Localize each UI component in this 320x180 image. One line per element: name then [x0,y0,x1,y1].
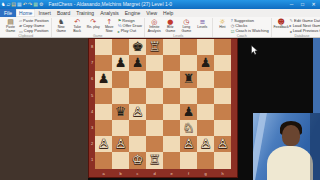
square-h3[interactable] [214,120,231,136]
square-a2[interactable]: ♙ [95,136,112,152]
tab-analysis[interactable]: Analysis [97,9,122,17]
tab-view[interactable]: View [143,9,160,17]
engine-icon[interactable]: ⚙ [39,0,43,9]
square-b1[interactable] [112,152,129,168]
main-area: 87654321 ♚♖♟♟♟♟♜♛♙♟♘♙♙♙♙♙♔♖ abcdefgh [0,38,320,180]
file-label-e: e [163,171,180,177]
blitz-game-button[interactable]: ●Blitz Game [163,18,178,34]
piece-bP-c7[interactable]: ♟ [129,55,146,71]
title-bar: ♞▱▤▦↶↷▦⚙ FastChess - Aldasando,Melchins … [0,0,320,9]
replay-move-label: Re- play [87,26,100,30]
left-panel [0,38,88,180]
take-back-label: Take Back [70,26,85,34]
square-h2[interactable]: ♙ [214,136,231,152]
square-f7[interactable] [180,55,197,71]
tab-file[interactable]: File [0,9,16,17]
window-controls: ─ □ ✕ [286,0,319,9]
ribbon-group-clipboard: ▤Paste Game▱Paste Position▰Copy Game▭Cop… [1,18,52,37]
square-g3[interactable] [197,120,214,136]
tab-home[interactable]: Home [16,9,35,17]
new-game-label: New Game [54,26,69,34]
piece-wN-f3[interactable]: ♘ [180,120,197,136]
open-icon[interactable]: ▤ [11,0,16,9]
tab-board[interactable]: Board [54,9,73,17]
ribbon-group-game: ♞New Game↶Take Back↷Re- play↑Move Now⚑Re… [52,18,145,37]
file-label-f: f [180,171,197,177]
piece-bP-f4[interactable]: ♟ [180,104,197,120]
square-a4[interactable] [95,104,112,120]
tab-engine[interactable]: Engine [122,9,144,17]
square-h7[interactable] [214,55,231,71]
move-now-label: Move Now [102,26,117,34]
redo-icon[interactable]: ↷ [28,0,32,9]
piece-bP-b7[interactable]: ♟ [112,55,129,71]
quick-access-toolbar: ♞▱▤▦↶↷▦⚙ [1,0,43,9]
ribbon-group-levels: ◎Infinite Analysis●Blitz Game◷Long Game≡… [145,18,213,37]
webcam-feed [253,113,320,180]
square-a5[interactable] [95,88,112,104]
tab-help[interactable]: Help [160,9,176,17]
piece-wP-h2[interactable]: ♙ [214,136,231,152]
file-label-a: a [95,171,112,177]
mouse-cursor [251,45,259,56]
new-game-icon[interactable]: ▱ [6,0,10,9]
load-next-game-icon: ▸ [290,24,292,28]
square-f5[interactable] [180,88,197,104]
square-b6[interactable] [112,71,129,87]
ribbon-group-coach: ☼Hint?Suggestion◷Clocks☑Coach is Watchin… [213,18,272,37]
square-f8[interactable] [180,39,197,55]
square-f3[interactable]: ♘ [180,120,197,136]
save-icon[interactable]: ▦ [17,0,22,9]
webcam-light-band [253,113,267,180]
piece-wP-b2[interactable]: ♙ [112,136,129,152]
square-b4[interactable]: ♛ [112,104,129,120]
square-a1[interactable] [95,152,112,168]
close-button[interactable]: ✕ [308,0,319,9]
square-a3[interactable] [95,120,112,136]
board-squares: ♚♖♟♟♟♟♜♛♙♟♘♙♙♙♙♙♔♖ [95,39,231,171]
square-e8[interactable] [163,39,180,55]
square-e5[interactable] [163,88,180,104]
webcam-shadow [310,113,320,180]
piece-wR-d1[interactable]: ♖ [146,152,163,168]
piece-bQ-b4[interactable]: ♛ [112,104,129,120]
tab-training[interactable]: Training [73,9,97,17]
tab-insert[interactable]: Insert [35,9,54,17]
file-label-c: c [129,171,146,177]
square-c3[interactable] [129,120,146,136]
square-a6[interactable]: ♟ [95,71,112,87]
new-game-button[interactable]: ♞New Game [54,18,69,34]
square-a8[interactable] [95,39,112,55]
square-b8[interactable] [112,39,129,55]
square-g5[interactable] [197,88,214,104]
square-h8[interactable] [214,39,231,55]
file-label-d: d [146,171,163,177]
ribbon-tab-row: File HomeInsertBoardTrainingAnalysisEngi… [0,9,320,17]
square-f1[interactable] [180,152,197,168]
levels-label: Levels [197,26,207,30]
board-frame-right [231,39,237,171]
clocks-icon: ◷ [231,24,235,28]
square-c8[interactable]: ♚ [129,39,146,55]
piece-bK-c8[interactable]: ♚ [129,39,146,55]
square-h5[interactable] [214,88,231,104]
feedback-button[interactable]: ☻Feedback [274,18,289,30]
square-h1[interactable] [214,152,231,168]
square-d6[interactable] [146,71,163,87]
square-g8[interactable] [197,39,214,55]
file-label-g: g [197,171,214,177]
person-head [282,125,300,146]
square-d1[interactable]: ♖ [146,152,163,168]
piece-wP-g2[interactable]: ♙ [197,136,214,152]
file-labels: abcdefgh [89,171,237,177]
hint-button[interactable]: ☼Hint [215,18,230,30]
file-label-b: b [112,171,129,177]
square-g4[interactable] [197,104,214,120]
square-h6[interactable] [214,71,231,87]
ribbon: ▤Paste Game▱Paste Position▰Copy Game▭Cop… [0,17,320,38]
square-f6[interactable]: ♜ [180,71,197,87]
square-h4[interactable] [214,104,231,120]
square-g7[interactable]: ♟ [197,55,214,71]
minimize-button[interactable]: ─ [286,0,297,9]
square-c5[interactable] [129,88,146,104]
square-c6[interactable] [129,71,146,87]
square-e6[interactable] [163,71,180,87]
long-game-label: Long Game [179,26,194,34]
square-b3[interactable] [112,120,129,136]
square-b7[interactable]: ♟ [112,55,129,71]
long-game-button[interactable]: ◷Long Game [179,18,194,34]
ribbon-tabs: HomeInsertBoardTrainingAnalysisEngineVie… [16,9,176,17]
levels-button[interactable]: ≡Levels [195,18,210,30]
piece-wR-d8[interactable]: ♖ [146,39,163,55]
app-icon[interactable]: ♞ [1,0,5,9]
maximize-button[interactable]: □ [297,0,308,9]
feedback-label: Feedback [273,26,288,30]
square-f4[interactable]: ♟ [180,104,197,120]
square-g1[interactable] [197,152,214,168]
square-f2[interactable]: ♙ [180,136,197,152]
ribbon-group-database: ☻Feedback✎Edit Game Data▸Load Next Game◂… [272,18,320,37]
piece-wP-a2[interactable]: ♙ [95,136,112,152]
square-d7[interactable] [146,55,163,71]
infinite-analysis-label: Infinite Analysis [147,26,162,34]
piece-bP-g7[interactable]: ♟ [197,55,214,71]
replay-move-button[interactable]: ↷Re- play [86,18,101,30]
square-e4[interactable] [163,104,180,120]
square-d5[interactable] [146,88,163,104]
square-b2[interactable]: ♙ [112,136,129,152]
square-g2[interactable]: ♙ [197,136,214,152]
square-c4[interactable]: ♙ [129,104,146,120]
piece-bP-a6[interactable]: ♟ [95,71,112,87]
square-e2[interactable] [163,136,180,152]
square-a7[interactable] [95,55,112,71]
hint-label: Hint [219,26,225,30]
blitz-game-label: Blitz Game [163,26,178,34]
file-label-h: h [214,171,231,177]
square-e7[interactable] [163,55,180,71]
infinite-analysis-button[interactable]: ◎Infinite Analysis [147,18,162,34]
square-d4[interactable] [146,104,163,120]
window-title: FastChess - Aldasando,Melchins Margret (… [48,0,286,9]
take-back-button[interactable]: ↶Take Back [70,18,85,34]
square-g6[interactable] [197,71,214,87]
square-b5[interactable] [112,88,129,104]
square-d2[interactable] [146,136,163,152]
square-e3[interactable] [163,120,180,136]
piece-bR-f6[interactable]: ♜ [180,71,197,87]
square-c2[interactable] [129,136,146,152]
piece-wP-f2[interactable]: ♙ [180,136,197,152]
square-d8[interactable]: ♖ [146,39,163,55]
person-shirt [267,146,313,180]
square-c1[interactable]: ♔ [129,152,146,168]
chess-board: 87654321 ♚♖♟♟♟♟♜♛♙♟♘♙♙♙♙♙♔♖ abcdefgh [88,38,238,178]
copy-game-icon: ▰ [19,24,22,28]
square-c7[interactable]: ♟ [129,55,146,71]
square-d3[interactable] [146,120,163,136]
paste-game-button[interactable]: ▤Paste Game [3,18,18,34]
piece-wP-c4[interactable]: ♙ [129,104,146,120]
piece-wK-c1[interactable]: ♔ [129,152,146,168]
paste-game-label: Paste Game [3,26,18,34]
board-setup-icon[interactable]: ▦ [33,0,38,9]
square-e1[interactable] [163,152,180,168]
undo-icon[interactable]: ↶ [23,0,27,9]
move-now-button[interactable]: ↑Move Now [102,18,117,34]
